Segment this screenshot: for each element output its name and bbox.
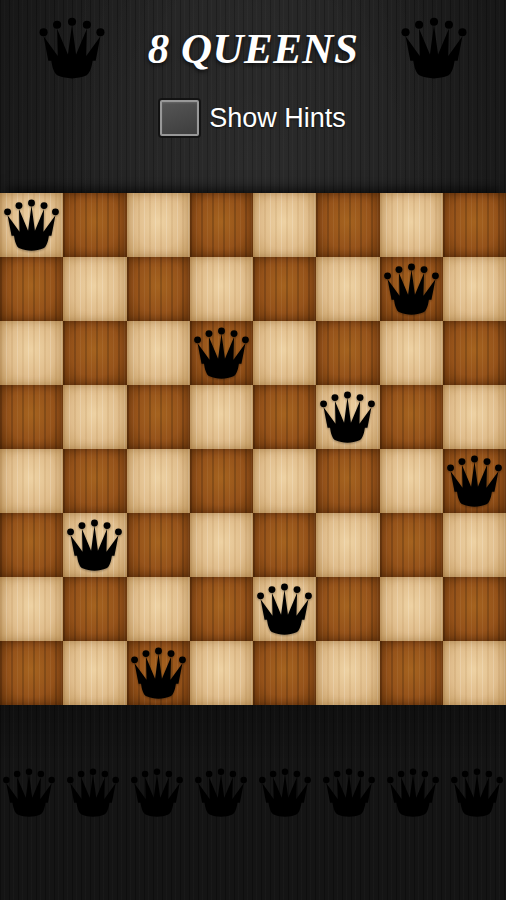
board-square-r0c2[interactable] bbox=[127, 193, 190, 257]
tray-queen-icon bbox=[450, 767, 504, 819]
board-square-r5c3[interactable] bbox=[190, 513, 253, 577]
board-square-r4c6[interactable] bbox=[380, 449, 443, 513]
queen-tray bbox=[0, 705, 506, 900]
board-square-r0c7[interactable] bbox=[443, 193, 506, 257]
show-hints-checkbox[interactable] bbox=[160, 100, 199, 136]
board-square-r5c6[interactable] bbox=[380, 513, 443, 577]
tray-queen-icon bbox=[386, 767, 440, 819]
board-square-r3c4[interactable] bbox=[253, 385, 316, 449]
tray-queen-icon bbox=[66, 767, 120, 819]
white-queen-crown-icon bbox=[38, 16, 106, 81]
white-queen bbox=[3, 198, 60, 253]
board-square-r1c2[interactable] bbox=[127, 257, 190, 321]
white-queen-crown-icon bbox=[400, 16, 468, 81]
board-square-r2c1[interactable] bbox=[63, 321, 126, 385]
tray-queen-icon bbox=[258, 767, 312, 819]
board-square-r0c6[interactable] bbox=[380, 193, 443, 257]
board-square-r0c1[interactable] bbox=[63, 193, 126, 257]
board-square-r5c5[interactable] bbox=[316, 513, 379, 577]
board-square-r2c4[interactable] bbox=[253, 321, 316, 385]
board-square-r7c5[interactable] bbox=[316, 641, 379, 705]
board-square-r3c0[interactable] bbox=[0, 385, 63, 449]
tray-queen-icon bbox=[2, 767, 56, 819]
app-root: 8 QUEENS Show Hints bbox=[0, 0, 506, 900]
board-square-r6c6[interactable] bbox=[380, 577, 443, 641]
board-square-r4c3[interactable] bbox=[190, 449, 253, 513]
white-queen bbox=[130, 646, 187, 701]
board-square-r4c2[interactable] bbox=[127, 449, 190, 513]
board-square-r0c3[interactable] bbox=[190, 193, 253, 257]
chess-board bbox=[0, 193, 506, 705]
board-square-r7c7[interactable] bbox=[443, 641, 506, 705]
show-hints-label: Show Hints bbox=[209, 103, 346, 134]
tray-queen-icon bbox=[130, 767, 184, 819]
board-square-r2c2[interactable] bbox=[127, 321, 190, 385]
board-square-r4c0[interactable] bbox=[0, 449, 63, 513]
board-square-r6c5[interactable] bbox=[316, 577, 379, 641]
board-square-r7c6[interactable] bbox=[380, 641, 443, 705]
board-square-r4c5[interactable] bbox=[316, 449, 379, 513]
board-square-r1c5[interactable] bbox=[316, 257, 379, 321]
board-square-r6c2[interactable] bbox=[127, 577, 190, 641]
board-square-r1c6[interactable] bbox=[380, 257, 443, 321]
board-square-r7c2[interactable] bbox=[127, 641, 190, 705]
board-square-r5c4[interactable] bbox=[253, 513, 316, 577]
board-square-r1c0[interactable] bbox=[0, 257, 63, 321]
board-square-r4c1[interactable] bbox=[63, 449, 126, 513]
board-square-r4c7[interactable] bbox=[443, 449, 506, 513]
board-square-r2c7[interactable] bbox=[443, 321, 506, 385]
white-queen bbox=[446, 454, 503, 509]
white-queen bbox=[319, 390, 376, 445]
board-square-r6c4[interactable] bbox=[253, 577, 316, 641]
board-square-r5c7[interactable] bbox=[443, 513, 506, 577]
show-hints-control[interactable]: Show Hints bbox=[0, 96, 506, 140]
page-title: 8 QUEENS bbox=[148, 24, 359, 73]
board-square-r7c4[interactable] bbox=[253, 641, 316, 705]
board-square-r1c1[interactable] bbox=[63, 257, 126, 321]
tray-row bbox=[0, 767, 506, 819]
board-square-r2c5[interactable] bbox=[316, 321, 379, 385]
white-queen bbox=[193, 326, 250, 381]
board-square-r3c7[interactable] bbox=[443, 385, 506, 449]
board-square-r3c3[interactable] bbox=[190, 385, 253, 449]
board-square-r3c6[interactable] bbox=[380, 385, 443, 449]
board-square-r2c0[interactable] bbox=[0, 321, 63, 385]
white-queen bbox=[66, 518, 123, 573]
board-square-r6c1[interactable] bbox=[63, 577, 126, 641]
board-square-r0c0[interactable] bbox=[0, 193, 63, 257]
board-square-r3c2[interactable] bbox=[127, 385, 190, 449]
board-square-r6c3[interactable] bbox=[190, 577, 253, 641]
board-square-r1c4[interactable] bbox=[253, 257, 316, 321]
board-square-r7c1[interactable] bbox=[63, 641, 126, 705]
board-square-r0c5[interactable] bbox=[316, 193, 379, 257]
board-square-r5c2[interactable] bbox=[127, 513, 190, 577]
board-square-r2c3[interactable] bbox=[190, 321, 253, 385]
board-square-r5c0[interactable] bbox=[0, 513, 63, 577]
tray-queen-icon bbox=[322, 767, 376, 819]
board-square-r7c0[interactable] bbox=[0, 641, 63, 705]
white-queen bbox=[383, 262, 440, 317]
white-queen bbox=[256, 582, 313, 637]
header: 8 QUEENS bbox=[0, 12, 506, 84]
board-square-r3c1[interactable] bbox=[63, 385, 126, 449]
board-square-r1c3[interactable] bbox=[190, 257, 253, 321]
board-square-r1c7[interactable] bbox=[443, 257, 506, 321]
board-square-r0c4[interactable] bbox=[253, 193, 316, 257]
board-square-r4c4[interactable] bbox=[253, 449, 316, 513]
board-square-r3c5[interactable] bbox=[316, 385, 379, 449]
board-square-r5c1[interactable] bbox=[63, 513, 126, 577]
board-square-r6c7[interactable] bbox=[443, 577, 506, 641]
board-square-r6c0[interactable] bbox=[0, 577, 63, 641]
board-square-r2c6[interactable] bbox=[380, 321, 443, 385]
tray-queen-icon bbox=[194, 767, 248, 819]
board-square-r7c3[interactable] bbox=[190, 641, 253, 705]
